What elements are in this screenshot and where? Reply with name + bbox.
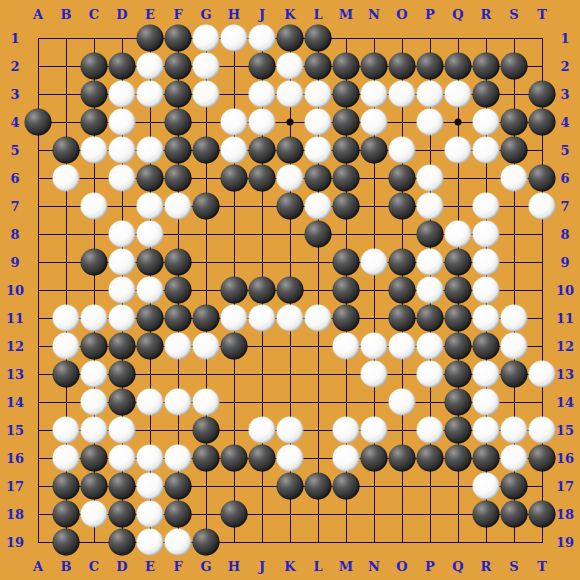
white-stone[interactable] [81,501,108,528]
white-stone[interactable] [417,361,444,388]
row-label-right: 11 [556,312,574,325]
white-stone[interactable] [361,249,388,276]
black-stone[interactable] [389,193,416,220]
white-stone[interactable] [473,417,500,444]
column-label-bottom: M [339,560,353,573]
black-stone[interactable] [305,53,332,80]
black-stone[interactable] [277,193,304,220]
black-stone[interactable] [165,81,192,108]
column-label-top: N [368,8,380,21]
black-stone[interactable] [137,25,164,52]
black-stone[interactable] [25,109,52,136]
white-stone[interactable] [417,165,444,192]
white-stone[interactable] [417,81,444,108]
black-stone[interactable] [53,473,80,500]
white-stone[interactable] [305,81,332,108]
black-stone[interactable] [81,249,108,276]
white-stone[interactable] [277,165,304,192]
black-stone[interactable] [333,165,360,192]
column-label-top: L [313,8,322,21]
row-label-left: 7 [10,200,19,213]
black-stone[interactable] [193,193,220,220]
white-stone[interactable] [417,249,444,276]
white-stone[interactable] [109,81,136,108]
row-label-left: 15 [6,424,24,437]
black-stone[interactable] [445,445,472,472]
white-stone[interactable] [81,193,108,220]
white-stone[interactable] [389,81,416,108]
white-stone[interactable] [473,305,500,332]
white-stone[interactable] [165,529,192,556]
white-stone[interactable] [137,277,164,304]
row-label-right: 12 [556,340,574,353]
column-label-bottom: H [228,560,240,573]
white-stone[interactable] [53,305,80,332]
white-stone[interactable] [333,333,360,360]
white-stone[interactable] [473,109,500,136]
black-stone[interactable] [165,25,192,52]
black-stone[interactable] [165,277,192,304]
row-label-left: 5 [10,144,19,157]
white-stone[interactable] [109,249,136,276]
white-stone[interactable] [473,389,500,416]
row-label-left: 1 [10,32,19,45]
row-label-right: 19 [556,536,574,549]
black-stone[interactable] [445,333,472,360]
white-stone[interactable] [81,417,108,444]
black-stone[interactable] [529,109,556,136]
black-stone[interactable] [529,81,556,108]
column-label-top: A [33,8,43,21]
black-stone[interactable] [361,137,388,164]
white-stone[interactable] [529,417,556,444]
column-label-top: J [259,8,265,21]
black-stone[interactable] [109,361,136,388]
black-stone[interactable] [193,445,220,472]
black-stone[interactable] [417,221,444,248]
white-stone[interactable] [473,249,500,276]
white-stone[interactable] [249,417,276,444]
black-stone[interactable] [249,445,276,472]
black-stone[interactable] [445,417,472,444]
row-label-left: 3 [10,88,19,101]
black-stone[interactable] [333,305,360,332]
column-label-top: B [61,8,72,21]
white-stone[interactable] [473,361,500,388]
black-stone[interactable] [473,53,500,80]
row-label-right: 8 [560,228,569,241]
row-label-left: 16 [6,452,24,465]
black-stone[interactable] [333,81,360,108]
black-stone[interactable] [389,53,416,80]
white-stone[interactable] [501,417,528,444]
white-stone[interactable] [81,137,108,164]
black-stone[interactable] [501,473,528,500]
white-stone[interactable] [277,81,304,108]
black-stone[interactable] [361,445,388,472]
black-stone[interactable] [109,473,136,500]
row-label-right: 13 [556,368,574,381]
black-stone[interactable] [305,473,332,500]
white-stone[interactable] [249,81,276,108]
black-stone[interactable] [81,53,108,80]
black-stone[interactable] [417,305,444,332]
black-stone[interactable] [193,137,220,164]
white-stone[interactable] [221,109,248,136]
row-label-right: 6 [560,172,569,185]
white-stone[interactable] [389,389,416,416]
black-stone[interactable] [137,249,164,276]
black-stone[interactable] [417,445,444,472]
white-stone[interactable] [109,165,136,192]
black-stone[interactable] [305,165,332,192]
row-label-left: 10 [6,284,24,297]
black-stone[interactable] [193,305,220,332]
black-stone[interactable] [221,165,248,192]
black-stone[interactable] [389,277,416,304]
column-label-bottom: G [200,560,211,573]
row-label-right: 10 [556,284,574,297]
black-stone[interactable] [445,249,472,276]
black-stone[interactable] [249,137,276,164]
column-label-top: F [173,8,182,21]
white-stone[interactable] [221,25,248,52]
white-stone[interactable] [473,221,500,248]
black-stone[interactable] [249,165,276,192]
white-stone[interactable] [473,277,500,304]
black-stone[interactable] [249,53,276,80]
white-stone[interactable] [165,193,192,220]
white-stone[interactable] [221,137,248,164]
white-stone[interactable] [109,277,136,304]
white-stone[interactable] [473,473,500,500]
column-label-top: Q [452,8,463,21]
black-stone[interactable] [445,305,472,332]
row-label-right: 3 [560,88,569,101]
black-stone[interactable] [81,109,108,136]
black-stone[interactable] [389,305,416,332]
black-stone[interactable] [165,501,192,528]
column-label-bottom: Q [452,560,463,573]
white-stone[interactable] [333,445,360,472]
white-stone[interactable] [249,109,276,136]
white-stone[interactable] [361,109,388,136]
black-stone[interactable] [305,221,332,248]
white-stone[interactable] [81,305,108,332]
white-stone[interactable] [109,305,136,332]
white-stone[interactable] [109,109,136,136]
row-label-left: 9 [10,256,19,269]
white-stone[interactable] [137,81,164,108]
white-stone[interactable] [53,417,80,444]
white-stone[interactable] [501,305,528,332]
column-label-bottom: L [313,560,322,573]
black-stone[interactable] [445,53,472,80]
black-stone[interactable] [109,389,136,416]
white-stone[interactable] [361,81,388,108]
white-stone[interactable] [193,25,220,52]
white-stone[interactable] [277,305,304,332]
black-stone[interactable] [53,529,80,556]
white-stone[interactable] [165,333,192,360]
column-label-top: S [509,8,518,21]
white-stone[interactable] [445,221,472,248]
white-stone[interactable] [473,193,500,220]
white-stone[interactable] [333,417,360,444]
black-stone[interactable] [501,137,528,164]
column-label-top: C [89,8,99,21]
black-stone[interactable] [389,445,416,472]
white-stone[interactable] [109,137,136,164]
white-stone[interactable] [137,389,164,416]
white-stone[interactable] [193,389,220,416]
white-stone[interactable] [165,445,192,472]
white-stone[interactable] [501,333,528,360]
black-stone[interactable] [389,165,416,192]
row-label-right: 1 [560,32,569,45]
black-stone[interactable] [53,137,80,164]
go-board[interactable]: AABBCCDDEEFFGGHHJJKKLLMMNNOOPPQQRRSSTT11… [0,0,580,580]
black-stone[interactable] [473,81,500,108]
black-stone[interactable] [249,277,276,304]
black-stone[interactable] [53,361,80,388]
black-stone[interactable] [445,277,472,304]
column-label-top: D [116,8,127,21]
white-stone[interactable] [361,333,388,360]
column-label-bottom: T [537,560,547,573]
row-label-right: 18 [556,508,574,521]
white-stone[interactable] [361,361,388,388]
column-label-bottom: B [61,560,72,573]
column-label-bottom: F [173,560,182,573]
black-stone[interactable] [361,53,388,80]
row-label-left: 18 [6,508,24,521]
white-stone[interactable] [389,137,416,164]
row-label-right: 15 [556,424,574,437]
row-label-right: 17 [556,480,574,493]
go-game-screenshot: { "game": "go", "board": { "size": 19, "… [0,0,580,580]
black-stone[interactable] [109,333,136,360]
column-label-top: R [481,8,492,21]
white-stone[interactable] [109,445,136,472]
black-stone[interactable] [305,25,332,52]
white-stone[interactable] [53,333,80,360]
column-label-bottom: E [145,560,155,573]
row-label-left: 8 [10,228,19,241]
white-stone[interactable] [137,473,164,500]
black-stone[interactable] [221,333,248,360]
row-label-right: 14 [556,396,574,409]
row-label-right: 7 [560,200,569,213]
white-stone[interactable] [137,193,164,220]
column-label-top: G [200,8,211,21]
black-stone[interactable] [165,165,192,192]
black-stone[interactable] [473,333,500,360]
row-label-left: 2 [10,60,19,73]
black-stone[interactable] [389,249,416,276]
black-stone[interactable] [333,137,360,164]
column-label-bottom: P [425,560,435,573]
row-label-left: 6 [10,172,19,185]
black-stone[interactable] [473,501,500,528]
black-stone[interactable] [501,501,528,528]
white-stone[interactable] [445,137,472,164]
white-stone[interactable] [137,137,164,164]
black-stone[interactable] [221,501,248,528]
black-stone[interactable] [445,389,472,416]
white-stone[interactable] [277,53,304,80]
white-stone[interactable] [417,109,444,136]
white-stone[interactable] [81,389,108,416]
white-stone[interactable] [417,417,444,444]
column-label-top: K [284,8,295,21]
black-stone[interactable] [529,501,556,528]
star-point [287,119,294,126]
black-stone[interactable] [137,165,164,192]
row-label-left: 14 [6,396,24,409]
black-stone[interactable] [417,53,444,80]
row-label-right: 4 [560,116,569,129]
column-label-bottom: C [89,560,99,573]
black-stone[interactable] [221,277,248,304]
white-stone[interactable] [277,445,304,472]
black-stone[interactable] [165,473,192,500]
black-stone[interactable] [473,445,500,472]
white-stone[interactable] [305,109,332,136]
white-stone[interactable] [193,333,220,360]
row-label-left: 19 [6,536,24,549]
row-label-left: 4 [10,116,19,129]
column-label-top: M [339,8,353,21]
black-stone[interactable] [53,501,80,528]
white-stone[interactable] [193,81,220,108]
black-stone[interactable] [501,361,528,388]
black-stone[interactable] [333,109,360,136]
black-stone[interactable] [277,25,304,52]
column-label-bottom: D [116,560,127,573]
black-stone[interactable] [221,445,248,472]
column-label-top: E [145,8,155,21]
column-label-bottom: J [259,560,265,573]
white-stone[interactable] [529,361,556,388]
white-stone[interactable] [501,165,528,192]
column-label-top: T [537,8,547,21]
black-stone[interactable] [333,277,360,304]
black-stone[interactable] [333,53,360,80]
column-label-top: P [425,8,435,21]
black-stone[interactable] [193,417,220,444]
black-stone[interactable] [277,277,304,304]
column-label-bottom: R [481,560,492,573]
white-stone[interactable] [277,417,304,444]
black-stone[interactable] [165,305,192,332]
black-stone[interactable] [81,445,108,472]
column-label-bottom: S [509,560,518,573]
white-stone[interactable] [53,165,80,192]
column-label-bottom: O [396,560,407,573]
row-label-right: 2 [560,60,569,73]
white-stone[interactable] [137,221,164,248]
white-stone[interactable] [529,193,556,220]
white-stone[interactable] [417,277,444,304]
black-stone[interactable] [137,333,164,360]
white-stone[interactable] [109,221,136,248]
black-stone[interactable] [81,333,108,360]
black-stone[interactable] [529,445,556,472]
white-stone[interactable] [445,81,472,108]
white-stone[interactable] [109,417,136,444]
white-stone[interactable] [501,445,528,472]
column-label-bottom: K [284,560,295,573]
black-stone[interactable] [445,361,472,388]
white-stone[interactable] [249,25,276,52]
white-stone[interactable] [53,445,80,472]
black-stone[interactable] [165,53,192,80]
black-stone[interactable] [109,529,136,556]
white-stone[interactable] [137,53,164,80]
black-stone[interactable] [501,53,528,80]
white-stone[interactable] [473,137,500,164]
white-stone[interactable] [249,305,276,332]
row-label-left: 17 [6,480,24,493]
white-stone[interactable] [389,333,416,360]
black-stone[interactable] [165,109,192,136]
white-stone[interactable] [137,445,164,472]
row-label-left: 13 [6,368,24,381]
white-stone[interactable] [81,361,108,388]
black-stone[interactable] [333,249,360,276]
white-stone[interactable] [417,333,444,360]
black-stone[interactable] [333,473,360,500]
column-label-top: H [228,8,240,21]
row-label-left: 11 [6,312,24,325]
white-stone[interactable] [137,501,164,528]
white-stone[interactable] [305,193,332,220]
white-stone[interactable] [305,137,332,164]
black-stone[interactable] [109,53,136,80]
column-label-top: O [396,8,407,21]
row-label-right: 5 [560,144,569,157]
black-stone[interactable] [137,305,164,332]
column-label-bottom: N [368,560,380,573]
black-stone[interactable] [165,137,192,164]
black-stone[interactable] [529,165,556,192]
row-label-right: 16 [556,452,574,465]
black-stone[interactable] [277,137,304,164]
white-stone[interactable] [305,305,332,332]
white-stone[interactable] [193,53,220,80]
white-stone[interactable] [417,193,444,220]
white-stone[interactable] [221,305,248,332]
black-stone[interactable] [81,81,108,108]
black-stone[interactable] [81,473,108,500]
black-stone[interactable] [109,501,136,528]
white-stone[interactable] [165,389,192,416]
row-label-right: 9 [560,256,569,269]
star-point [455,119,462,126]
black-stone[interactable] [165,249,192,276]
white-stone[interactable] [361,417,388,444]
black-stone[interactable] [193,529,220,556]
black-stone[interactable] [277,473,304,500]
black-stone[interactable] [333,193,360,220]
column-label-bottom: A [33,560,43,573]
row-label-left: 12 [6,340,24,353]
black-stone[interactable] [501,109,528,136]
white-stone[interactable] [137,529,164,556]
